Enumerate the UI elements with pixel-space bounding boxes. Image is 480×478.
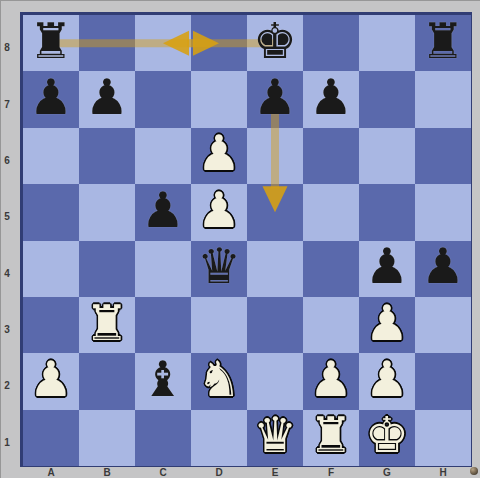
- rank-label-4: 4: [1, 241, 20, 297]
- square-d1[interactable]: [191, 410, 247, 466]
- square-d6[interactable]: ♟: [191, 128, 247, 184]
- square-a3[interactable]: [23, 297, 79, 353]
- ball-icon: [470, 467, 478, 475]
- square-d7[interactable]: [191, 71, 247, 127]
- piece-white-rook-f1[interactable]: ♜: [309, 411, 353, 460]
- square-f6[interactable]: [303, 128, 359, 184]
- file-label-h: H: [415, 466, 471, 478]
- piece-black-pawn-c5[interactable]: ♟: [141, 186, 185, 235]
- piece-black-pawn-b7[interactable]: ♟: [85, 73, 129, 122]
- square-h2[interactable]: [415, 353, 471, 409]
- file-label-a: A: [23, 466, 79, 478]
- rank-label-5: 5: [1, 184, 20, 240]
- square-a8[interactable]: ♜: [23, 15, 79, 71]
- piece-black-pawn-g4[interactable]: ♟: [365, 242, 409, 291]
- square-e3[interactable]: [247, 297, 303, 353]
- file-labels: ABCDEFGH: [23, 466, 471, 478]
- square-e5[interactable]: [247, 184, 303, 240]
- piece-black-queen-d4[interactable]: ♛: [197, 242, 241, 291]
- square-g4[interactable]: ♟: [359, 241, 415, 297]
- square-c1[interactable]: [135, 410, 191, 466]
- square-e2[interactable]: [247, 353, 303, 409]
- piece-black-rook-h8[interactable]: ♜: [421, 17, 465, 66]
- square-a2[interactable]: ♟: [23, 353, 79, 409]
- square-h6[interactable]: [415, 128, 471, 184]
- file-label-c: C: [135, 466, 191, 478]
- square-b7[interactable]: ♟: [79, 71, 135, 127]
- square-f3[interactable]: [303, 297, 359, 353]
- square-d3[interactable]: [191, 297, 247, 353]
- square-c2[interactable]: ♝: [135, 353, 191, 409]
- square-f8[interactable]: [303, 15, 359, 71]
- square-h4[interactable]: ♟: [415, 241, 471, 297]
- file-label-g: G: [359, 466, 415, 478]
- square-h5[interactable]: [415, 184, 471, 240]
- file-label-b: B: [79, 466, 135, 478]
- piece-white-pawn-d5[interactable]: ♟: [197, 186, 241, 235]
- square-c4[interactable]: [135, 241, 191, 297]
- piece-black-bishop-c2[interactable]: ♝: [141, 355, 185, 404]
- square-a5[interactable]: [23, 184, 79, 240]
- chess-board: ♜♚♜♟♟♟♟♟♟♟♛♟♟♜♟♟♝♞♟♟♛♜♚: [23, 15, 471, 466]
- chess-app-window: ♜♚♜♟♟♟♟♟♟♟♛♟♟♜♟♟♝♞♟♟♛♜♚ 87654321 ABCDEFG…: [0, 0, 480, 478]
- square-h1[interactable]: [415, 410, 471, 466]
- piece-white-king-g1[interactable]: ♚: [365, 411, 409, 460]
- rank-labels: 87654321: [1, 15, 20, 466]
- square-g6[interactable]: [359, 128, 415, 184]
- square-b6[interactable]: [79, 128, 135, 184]
- square-g1[interactable]: ♚: [359, 410, 415, 466]
- piece-white-queen-e1[interactable]: ♛: [253, 411, 297, 460]
- file-label-e: E: [247, 466, 303, 478]
- square-c5[interactable]: ♟: [135, 184, 191, 240]
- piece-black-king-e8[interactable]: ♚: [253, 17, 297, 66]
- rank-label-1: 1: [1, 410, 20, 466]
- rank-label-7: 7: [1, 71, 20, 127]
- square-a6[interactable]: [23, 128, 79, 184]
- file-label-f: F: [303, 466, 359, 478]
- square-g8[interactable]: [359, 15, 415, 71]
- file-label-d: D: [191, 466, 247, 478]
- square-d8[interactable]: [191, 15, 247, 71]
- square-b1[interactable]: [79, 410, 135, 466]
- square-e7[interactable]: ♟: [247, 71, 303, 127]
- square-e8[interactable]: ♚: [247, 15, 303, 71]
- piece-white-pawn-f2[interactable]: ♟: [309, 355, 353, 404]
- square-f2[interactable]: ♟: [303, 353, 359, 409]
- square-e6[interactable]: [247, 128, 303, 184]
- square-e1[interactable]: ♛: [247, 410, 303, 466]
- square-f5[interactable]: [303, 184, 359, 240]
- square-b2[interactable]: [79, 353, 135, 409]
- square-h8[interactable]: ♜: [415, 15, 471, 71]
- square-c3[interactable]: [135, 297, 191, 353]
- piece-white-pawn-g2[interactable]: ♟: [365, 355, 409, 404]
- piece-white-pawn-d6[interactable]: ♟: [197, 129, 241, 178]
- square-g7[interactable]: [359, 71, 415, 127]
- piece-white-knight-d2[interactable]: ♞: [197, 355, 241, 404]
- square-a4[interactable]: [23, 241, 79, 297]
- square-a7[interactable]: ♟: [23, 71, 79, 127]
- square-a1[interactable]: [23, 410, 79, 466]
- piece-black-pawn-h4[interactable]: ♟: [421, 242, 465, 291]
- piece-black-pawn-e7[interactable]: ♟: [253, 73, 297, 122]
- square-c7[interactable]: [135, 71, 191, 127]
- piece-white-pawn-g3[interactable]: ♟: [365, 299, 409, 348]
- square-f1[interactable]: ♜: [303, 410, 359, 466]
- square-g5[interactable]: [359, 184, 415, 240]
- piece-white-rook-b3[interactable]: ♜: [85, 299, 129, 348]
- square-g3[interactable]: ♟: [359, 297, 415, 353]
- piece-white-pawn-a2[interactable]: ♟: [29, 355, 73, 404]
- square-c8[interactable]: [135, 15, 191, 71]
- square-d2[interactable]: ♞: [191, 353, 247, 409]
- square-g2[interactable]: ♟: [359, 353, 415, 409]
- square-h3[interactable]: [415, 297, 471, 353]
- square-d4[interactable]: ♛: [191, 241, 247, 297]
- square-f7[interactable]: ♟: [303, 71, 359, 127]
- piece-black-pawn-a7[interactable]: ♟: [29, 73, 73, 122]
- piece-black-rook-a8[interactable]: ♜: [29, 17, 73, 66]
- square-d5[interactable]: ♟: [191, 184, 247, 240]
- square-h7[interactable]: [415, 71, 471, 127]
- rank-label-2: 2: [1, 353, 20, 409]
- square-b8[interactable]: [79, 15, 135, 71]
- square-e4[interactable]: [247, 241, 303, 297]
- square-b4[interactable]: [79, 241, 135, 297]
- rank-label-6: 6: [1, 128, 20, 184]
- square-b5[interactable]: [79, 184, 135, 240]
- rank-label-3: 3: [1, 297, 20, 353]
- square-f4[interactable]: [303, 241, 359, 297]
- square-b3[interactable]: ♜: [79, 297, 135, 353]
- rank-label-8: 8: [1, 15, 20, 71]
- square-c6[interactable]: [135, 128, 191, 184]
- piece-black-pawn-f7[interactable]: ♟: [309, 73, 353, 122]
